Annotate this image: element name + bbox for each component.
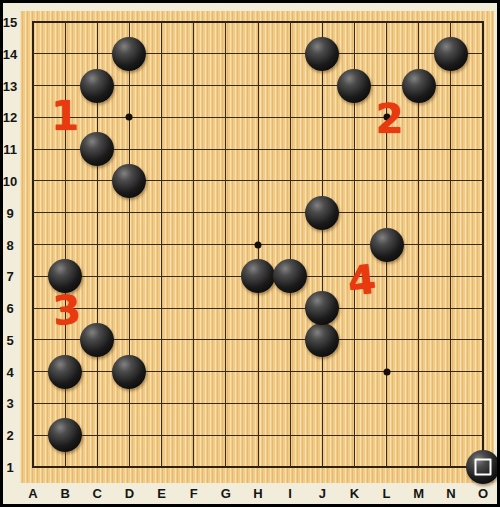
go-app-screenshot: 1234151413121110987654321ABCDEFGHIJKLMNO: [0, 0, 500, 507]
row-label-1: 1: [0, 460, 20, 475]
row-label-3: 3: [0, 396, 20, 411]
column-label-I: I: [280, 486, 300, 501]
column-label-J: J: [312, 486, 332, 501]
black-stone-J9[interactable]: [305, 196, 339, 230]
black-stone-M13[interactable]: [402, 69, 436, 103]
row-label-7: 7: [0, 269, 20, 284]
grid-line-vertical: [290, 22, 291, 467]
star-point-L4: [383, 368, 390, 375]
row-label-4: 4: [0, 364, 20, 379]
square-marker-icon: [475, 459, 492, 476]
area-number-3: 3: [52, 289, 83, 331]
black-stone-L8[interactable]: [370, 228, 404, 262]
black-stone-D4[interactable]: [112, 355, 146, 389]
row-label-2: 2: [0, 428, 20, 443]
black-stone-C11[interactable]: [80, 132, 114, 166]
black-stone-O1[interactable]: [466, 450, 500, 484]
grid-line-horizontal: [33, 403, 483, 404]
black-stone-C5[interactable]: [80, 323, 114, 357]
column-label-B: B: [55, 486, 75, 501]
star-point-H8: [255, 241, 262, 248]
column-label-M: M: [409, 486, 429, 501]
row-label-15: 15: [0, 15, 20, 30]
row-label-11: 11: [0, 142, 20, 157]
column-label-K: K: [344, 486, 364, 501]
row-label-6: 6: [0, 301, 20, 316]
star-point-D12: [126, 114, 133, 121]
black-stone-B4[interactable]: [48, 355, 82, 389]
column-label-L: L: [377, 486, 397, 501]
black-stone-H7[interactable]: [241, 259, 275, 293]
black-stone-J6[interactable]: [305, 291, 339, 325]
column-label-E: E: [152, 486, 172, 501]
row-label-10: 10: [0, 173, 20, 188]
black-stone-D14[interactable]: [112, 37, 146, 71]
column-label-A: A: [23, 486, 43, 501]
column-label-N: N: [441, 486, 461, 501]
black-stone-K13[interactable]: [337, 69, 371, 103]
black-stone-I7[interactable]: [273, 259, 307, 293]
row-label-12: 12: [0, 110, 20, 125]
row-label-13: 13: [0, 78, 20, 93]
black-stone-J14[interactable]: [305, 37, 339, 71]
column-label-F: F: [184, 486, 204, 501]
column-label-O: O: [473, 486, 493, 501]
area-number-2: 2: [376, 99, 404, 139]
grid-line-vertical: [450, 22, 451, 467]
black-stone-J5[interactable]: [305, 323, 339, 357]
row-label-9: 9: [0, 205, 20, 220]
black-stone-C13[interactable]: [80, 69, 114, 103]
row-label-5: 5: [0, 332, 20, 347]
column-label-D: D: [119, 486, 139, 501]
grid-line-vertical: [322, 22, 323, 467]
grid-line-horizontal: [33, 435, 483, 436]
row-label-14: 14: [0, 46, 20, 61]
column-label-H: H: [248, 486, 268, 501]
column-label-G: G: [216, 486, 236, 501]
area-number-1: 1: [51, 96, 79, 136]
column-label-C: C: [87, 486, 107, 501]
area-number-4: 4: [346, 259, 378, 302]
black-stone-B2[interactable]: [48, 418, 82, 452]
black-stone-N14[interactable]: [434, 37, 468, 71]
grid-line-horizontal: [33, 308, 483, 309]
black-stone-D10[interactable]: [112, 164, 146, 198]
row-label-8: 8: [0, 237, 20, 252]
grid-line-horizontal: [33, 371, 483, 372]
